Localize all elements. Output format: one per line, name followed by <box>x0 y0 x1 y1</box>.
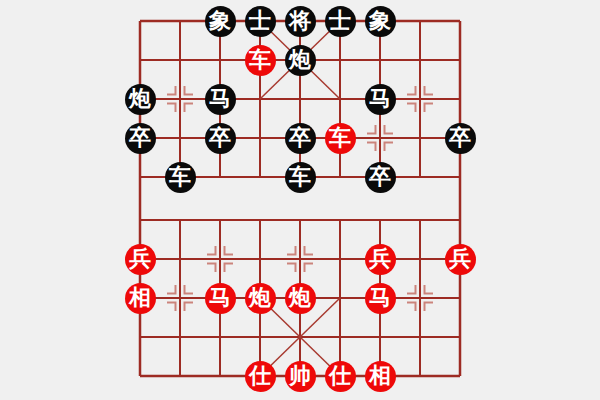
piece-red-pawn[interactable]: 兵 <box>445 244 476 275</box>
piece-black-king[interactable]: 将 <box>285 6 316 37</box>
piece-black-elephant[interactable]: 象 <box>205 6 236 37</box>
xiangqi-board: 象士将士象车炮炮马马卒卒卒车卒车车卒兵兵兵相马炮炮马仕帅仕相 <box>0 0 600 400</box>
piece-red-cannon[interactable]: 炮 <box>245 283 276 314</box>
piece-red-pawn[interactable]: 兵 <box>365 244 396 275</box>
piece-black-advisor[interactable]: 士 <box>325 6 356 37</box>
piece-black-pawn[interactable]: 卒 <box>365 162 396 193</box>
piece-black-cannon[interactable]: 炮 <box>285 45 316 76</box>
piece-red-cannon[interactable]: 炮 <box>285 283 316 314</box>
piece-black-advisor[interactable]: 士 <box>245 6 276 37</box>
pieces-layer: 象士将士象车炮炮马马卒卒卒车卒车车卒兵兵兵相马炮炮马仕帅仕相 <box>120 2 480 396</box>
piece-red-king[interactable]: 帅 <box>285 361 316 392</box>
piece-black-cannon[interactable]: 炮 <box>125 84 156 115</box>
piece-black-elephant[interactable]: 象 <box>365 6 396 37</box>
piece-black-horse[interactable]: 马 <box>365 84 396 115</box>
piece-red-rook[interactable]: 车 <box>325 123 356 154</box>
piece-black-pawn[interactable]: 卒 <box>125 123 156 154</box>
piece-red-horse[interactable]: 马 <box>205 283 236 314</box>
piece-red-pawn[interactable]: 兵 <box>125 244 156 275</box>
piece-red-advisor[interactable]: 仕 <box>325 361 356 392</box>
piece-red-elephant[interactable]: 相 <box>125 283 156 314</box>
piece-red-horse[interactable]: 马 <box>365 283 396 314</box>
piece-black-rook[interactable]: 车 <box>285 162 316 193</box>
piece-black-rook[interactable]: 车 <box>165 162 196 193</box>
piece-black-horse[interactable]: 马 <box>205 84 236 115</box>
piece-red-rook[interactable]: 车 <box>245 45 276 76</box>
piece-black-pawn[interactable]: 卒 <box>205 123 236 154</box>
piece-black-pawn[interactable]: 卒 <box>285 123 316 154</box>
piece-red-advisor[interactable]: 仕 <box>245 361 276 392</box>
piece-red-elephant[interactable]: 相 <box>365 361 396 392</box>
piece-black-pawn[interactable]: 卒 <box>445 123 476 154</box>
